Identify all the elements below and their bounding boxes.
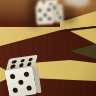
vignette-overlay (0, 0, 96, 96)
backgammon-photo-scene (0, 0, 96, 96)
